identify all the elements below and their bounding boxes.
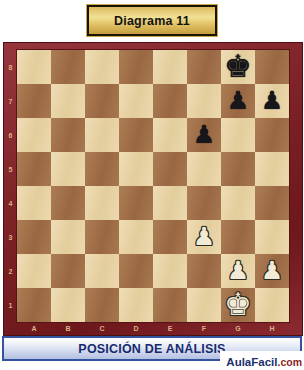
square-a1: [17, 288, 51, 322]
square-f3: ♟: [187, 220, 221, 254]
square-e2: [153, 254, 187, 288]
square-c4: [85, 186, 119, 220]
square-a4: [17, 186, 51, 220]
square-e8: [153, 50, 187, 84]
square-g6: [221, 118, 255, 152]
white-pawn-h2: ♟: [261, 258, 283, 283]
square-c6: [85, 118, 119, 152]
square-d7: [119, 84, 153, 118]
rank-label-4: 4: [4, 186, 17, 220]
square-b5: [51, 152, 85, 186]
square-g5: [221, 152, 255, 186]
diagram-title: Diagrama 11: [114, 14, 190, 28]
rank-label-8: 8: [4, 50, 17, 84]
square-d8: [119, 50, 153, 84]
chess-diagram: Diagrama 11 87654321 ♚♟♟♟♟♟♟♚ ABCDEFGH P…: [0, 0, 304, 370]
rank-label-3: 3: [4, 220, 17, 254]
square-f6: ♟: [187, 118, 221, 152]
square-g3: [221, 220, 255, 254]
square-b1: [51, 288, 85, 322]
square-a8: [17, 50, 51, 84]
square-d1: [119, 288, 153, 322]
site-credit-name: AulaFacil: [226, 356, 277, 368]
file-label-e: E: [153, 325, 187, 332]
square-g1: ♚: [221, 288, 255, 322]
square-a3: [17, 220, 51, 254]
square-e7: [153, 84, 187, 118]
square-h8: [255, 50, 289, 84]
square-b7: [51, 84, 85, 118]
rank-label-2: 2: [4, 254, 17, 288]
square-a6: [17, 118, 51, 152]
square-b8: [51, 50, 85, 84]
diagram-title-box: Diagrama 11: [87, 5, 217, 36]
square-c8: [85, 50, 119, 84]
file-label-g: G: [221, 325, 255, 332]
square-f8: [187, 50, 221, 84]
square-c3: [85, 220, 119, 254]
white-pawn-f3: ♟: [193, 224, 215, 249]
square-e5: [153, 152, 187, 186]
square-f7: [187, 84, 221, 118]
black-pawn-h7: ♟: [261, 88, 283, 113]
square-c1: [85, 288, 119, 322]
file-label-c: C: [85, 325, 119, 332]
square-h5: [255, 152, 289, 186]
square-h2: ♟: [255, 254, 289, 288]
square-a7: [17, 84, 51, 118]
square-b4: [51, 186, 85, 220]
rank-label-5: 5: [4, 152, 17, 186]
square-f2: [187, 254, 221, 288]
square-h7: ♟: [255, 84, 289, 118]
rank-label-7: 7: [4, 84, 17, 118]
square-h1: [255, 288, 289, 322]
square-c2: [85, 254, 119, 288]
square-g4: [221, 186, 255, 220]
square-e1: [153, 288, 187, 322]
square-d4: [119, 186, 153, 220]
rank-label-6: 6: [4, 118, 17, 152]
square-a2: [17, 254, 51, 288]
square-f4: [187, 186, 221, 220]
square-d5: [119, 152, 153, 186]
square-h6: [255, 118, 289, 152]
square-a5: [17, 152, 51, 186]
square-d2: [119, 254, 153, 288]
square-b2: [51, 254, 85, 288]
file-labels: ABCDEFGH: [17, 322, 289, 335]
square-e4: [153, 186, 187, 220]
square-g2: ♟: [221, 254, 255, 288]
white-king-g1: ♚: [224, 289, 252, 320]
site-credit: AulaFacil.com: [220, 351, 303, 370]
square-d6: [119, 118, 153, 152]
black-king-g8: ♚: [224, 51, 252, 82]
square-c5: [85, 152, 119, 186]
rank-labels: 87654321: [4, 50, 17, 322]
square-d3: [119, 220, 153, 254]
file-label-d: D: [119, 325, 153, 332]
square-c7: [85, 84, 119, 118]
square-g7: ♟: [221, 84, 255, 118]
square-h3: [255, 220, 289, 254]
white-pawn-g2: ♟: [227, 258, 249, 283]
rank-label-1: 1: [4, 288, 17, 322]
file-label-f: F: [187, 325, 221, 332]
file-label-a: A: [17, 325, 51, 332]
site-credit-tld: .com: [277, 356, 302, 368]
square-b6: [51, 118, 85, 152]
square-e6: [153, 118, 187, 152]
caption-text: POSICIÓN DE ANÁLISIS: [78, 342, 225, 356]
file-label-b: B: [51, 325, 85, 332]
square-h4: [255, 186, 289, 220]
black-pawn-g7: ♟: [227, 88, 249, 113]
black-pawn-f6: ♟: [193, 122, 215, 147]
board-grid: ♚♟♟♟♟♟♟♚: [17, 50, 289, 322]
square-b3: [51, 220, 85, 254]
square-g8: ♚: [221, 50, 255, 84]
square-e3: [153, 220, 187, 254]
file-label-h: H: [255, 325, 289, 332]
square-f5: [187, 152, 221, 186]
chess-board: 87654321 ♚♟♟♟♟♟♟♚ ABCDEFGH: [3, 42, 303, 336]
square-f1: [187, 288, 221, 322]
